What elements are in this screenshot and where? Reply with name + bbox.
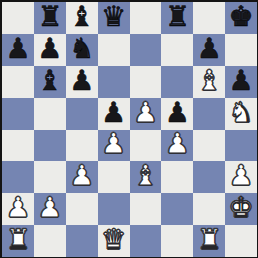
piece-black-king[interactable]: ♚ [229, 3, 254, 31]
chess-board: ♜♝♛♜♚♟♟♞♟♝♟♝♟♟♟♟♞♟♟♟♝♟♟♟♚♜♛♜ [2, 2, 257, 257]
square-d5[interactable]: ♟ [98, 98, 130, 130]
square-g7[interactable]: ♟ [193, 34, 225, 66]
square-f2[interactable] [161, 193, 193, 225]
square-c5[interactable] [66, 98, 98, 130]
piece-white-king[interactable]: ♚ [229, 194, 254, 222]
piece-black-bishop[interactable]: ♝ [37, 67, 62, 95]
square-h5[interactable]: ♞ [225, 98, 257, 130]
square-b2[interactable]: ♟ [34, 193, 66, 225]
board-frame: ♜♝♛♜♚♟♟♞♟♝♟♝♟♟♟♟♞♟♟♟♝♟♟♟♚♜♛♜ [0, 0, 258, 258]
square-c8[interactable]: ♝ [66, 2, 98, 34]
piece-white-pawn[interactable]: ♟ [69, 162, 94, 190]
square-e2[interactable] [130, 193, 162, 225]
square-a2[interactable]: ♟ [2, 193, 34, 225]
piece-black-pawn[interactable]: ♟ [197, 35, 222, 63]
square-h4[interactable] [225, 130, 257, 162]
square-a5[interactable] [2, 98, 34, 130]
square-f4[interactable]: ♟ [161, 130, 193, 162]
square-a1[interactable]: ♜ [2, 225, 34, 257]
piece-white-queen[interactable]: ♛ [101, 226, 126, 254]
piece-white-pawn[interactable]: ♟ [229, 162, 254, 190]
square-g8[interactable] [193, 2, 225, 34]
piece-white-pawn[interactable]: ♟ [5, 194, 30, 222]
square-f6[interactable] [161, 66, 193, 98]
square-e5[interactable]: ♟ [130, 98, 162, 130]
piece-white-pawn[interactable]: ♟ [165, 130, 190, 158]
square-g4[interactable] [193, 130, 225, 162]
square-d4[interactable]: ♟ [98, 130, 130, 162]
square-e7[interactable] [130, 34, 162, 66]
piece-black-pawn[interactable]: ♟ [165, 99, 190, 127]
square-b5[interactable] [34, 98, 66, 130]
square-g6[interactable]: ♝ [193, 66, 225, 98]
square-h6[interactable]: ♟ [225, 66, 257, 98]
piece-white-pawn[interactable]: ♟ [37, 194, 62, 222]
square-f8[interactable]: ♜ [161, 2, 193, 34]
piece-black-pawn[interactable]: ♟ [101, 99, 126, 127]
square-b4[interactable] [34, 130, 66, 162]
square-c7[interactable]: ♞ [66, 34, 98, 66]
piece-black-queen[interactable]: ♛ [101, 3, 126, 31]
piece-white-pawn[interactable]: ♟ [133, 99, 158, 127]
piece-white-pawn[interactable]: ♟ [101, 130, 126, 158]
square-c2[interactable] [66, 193, 98, 225]
square-e1[interactable] [130, 225, 162, 257]
square-a8[interactable] [2, 2, 34, 34]
square-a6[interactable] [2, 66, 34, 98]
square-d3[interactable] [98, 161, 130, 193]
square-a7[interactable]: ♟ [2, 34, 34, 66]
square-a3[interactable] [2, 161, 34, 193]
square-f1[interactable] [161, 225, 193, 257]
square-b1[interactable] [34, 225, 66, 257]
square-f7[interactable] [161, 34, 193, 66]
square-h3[interactable]: ♟ [225, 161, 257, 193]
square-g1[interactable]: ♜ [193, 225, 225, 257]
square-e3[interactable]: ♝ [130, 161, 162, 193]
piece-white-bishop[interactable]: ♝ [197, 67, 222, 95]
square-f3[interactable] [161, 161, 193, 193]
square-d7[interactable] [98, 34, 130, 66]
square-h7[interactable] [225, 34, 257, 66]
square-d1[interactable]: ♛ [98, 225, 130, 257]
piece-black-pawn[interactable]: ♟ [69, 67, 94, 95]
piece-black-rook[interactable]: ♜ [37, 3, 62, 31]
square-f5[interactable]: ♟ [161, 98, 193, 130]
square-d8[interactable]: ♛ [98, 2, 130, 34]
square-g2[interactable] [193, 193, 225, 225]
square-c1[interactable] [66, 225, 98, 257]
square-c3[interactable]: ♟ [66, 161, 98, 193]
square-h2[interactable]: ♚ [225, 193, 257, 225]
piece-black-pawn[interactable]: ♟ [229, 67, 254, 95]
square-d6[interactable] [98, 66, 130, 98]
square-e8[interactable] [130, 2, 162, 34]
square-b3[interactable] [34, 161, 66, 193]
square-h8[interactable]: ♚ [225, 2, 257, 34]
piece-black-pawn[interactable]: ♟ [5, 35, 30, 63]
piece-black-bishop[interactable]: ♝ [69, 3, 94, 31]
square-e6[interactable] [130, 66, 162, 98]
piece-white-bishop[interactable]: ♝ [133, 162, 158, 190]
square-b6[interactable]: ♝ [34, 66, 66, 98]
piece-white-rook[interactable]: ♜ [197, 226, 222, 254]
square-g3[interactable] [193, 161, 225, 193]
piece-black-pawn[interactable]: ♟ [37, 35, 62, 63]
piece-black-knight[interactable]: ♞ [69, 35, 94, 63]
square-g5[interactable] [193, 98, 225, 130]
square-c6[interactable]: ♟ [66, 66, 98, 98]
square-d2[interactable] [98, 193, 130, 225]
square-c4[interactable] [66, 130, 98, 162]
square-b8[interactable]: ♜ [34, 2, 66, 34]
square-a4[interactable] [2, 130, 34, 162]
square-h1[interactable] [225, 225, 257, 257]
piece-white-rook[interactable]: ♜ [5, 226, 30, 254]
square-e4[interactable] [130, 130, 162, 162]
square-b7[interactable]: ♟ [34, 34, 66, 66]
piece-black-rook[interactable]: ♜ [165, 3, 190, 31]
piece-white-knight[interactable]: ♞ [229, 99, 254, 127]
